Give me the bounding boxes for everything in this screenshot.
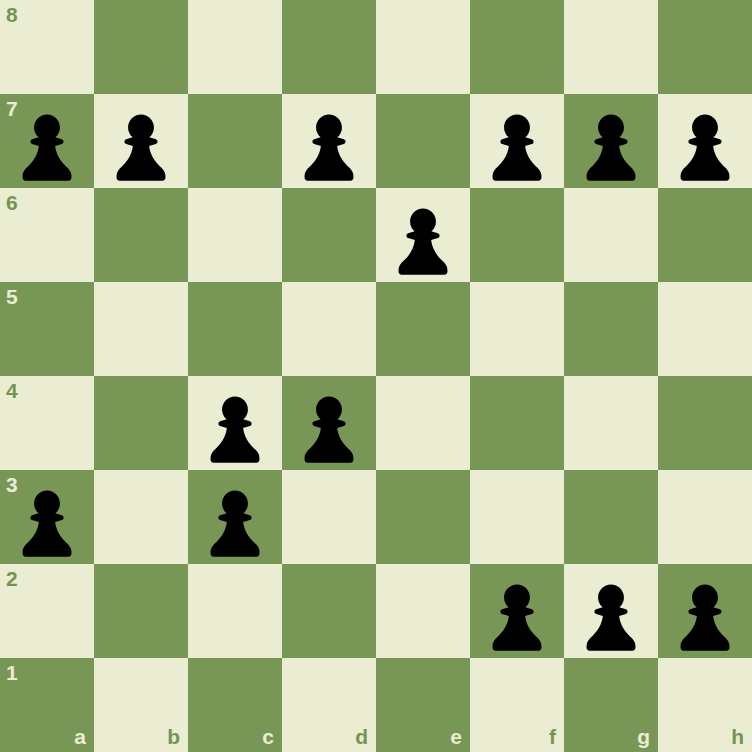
- square-e8[interactable]: [376, 0, 470, 94]
- square-f2[interactable]: [470, 564, 564, 658]
- black-pawn[interactable]: [376, 188, 470, 282]
- square-h8[interactable]: [658, 0, 752, 94]
- square-e4[interactable]: [376, 376, 470, 470]
- square-a1[interactable]: 1a: [0, 658, 94, 752]
- square-e6[interactable]: [376, 188, 470, 282]
- square-g7[interactable]: [564, 94, 658, 188]
- square-d6[interactable]: [282, 188, 376, 282]
- white-pawn[interactable]: [188, 470, 282, 564]
- square-f3[interactable]: [470, 470, 564, 564]
- square-h1[interactable]: h: [658, 658, 752, 752]
- square-g1[interactable]: g: [564, 658, 658, 752]
- square-g8[interactable]: [564, 0, 658, 94]
- square-b8[interactable]: [94, 0, 188, 94]
- rank-label-1: 1: [6, 662, 18, 683]
- square-g4[interactable]: [564, 376, 658, 470]
- square-a3[interactable]: 3: [0, 470, 94, 564]
- square-c1[interactable]: c: [188, 658, 282, 752]
- file-label-h: h: [731, 726, 744, 747]
- square-b4[interactable]: [94, 376, 188, 470]
- rank-label-4: 4: [6, 380, 18, 401]
- square-c7[interactable]: [188, 94, 282, 188]
- black-pawn[interactable]: [0, 94, 94, 188]
- white-pawn[interactable]: [470, 564, 564, 658]
- white-pawn[interactable]: [282, 376, 376, 470]
- square-h6[interactable]: [658, 188, 752, 282]
- square-e7[interactable]: [376, 94, 470, 188]
- square-g3[interactable]: [564, 470, 658, 564]
- square-a4[interactable]: 4: [0, 376, 94, 470]
- square-d2[interactable]: [282, 564, 376, 658]
- square-b7[interactable]: [94, 94, 188, 188]
- black-pawn[interactable]: [658, 94, 752, 188]
- square-h5[interactable]: [658, 282, 752, 376]
- square-h2[interactable]: [658, 564, 752, 658]
- square-c2[interactable]: [188, 564, 282, 658]
- white-pawn[interactable]: [188, 376, 282, 470]
- square-b2[interactable]: [94, 564, 188, 658]
- black-pawn[interactable]: [564, 94, 658, 188]
- square-h7[interactable]: [658, 94, 752, 188]
- square-d4[interactable]: [282, 376, 376, 470]
- chess-board: 87654321abcdefgh: [0, 0, 752, 752]
- square-a7[interactable]: 7: [0, 94, 94, 188]
- file-label-c: c: [262, 726, 274, 747]
- square-g2[interactable]: [564, 564, 658, 658]
- file-label-f: f: [549, 726, 556, 747]
- square-a2[interactable]: 2: [0, 564, 94, 658]
- square-b3[interactable]: [94, 470, 188, 564]
- square-g6[interactable]: [564, 188, 658, 282]
- file-label-d: d: [355, 726, 368, 747]
- square-h3[interactable]: [658, 470, 752, 564]
- square-d3[interactable]: [282, 470, 376, 564]
- square-d7[interactable]: [282, 94, 376, 188]
- square-f4[interactable]: [470, 376, 564, 470]
- square-a8[interactable]: 8: [0, 0, 94, 94]
- square-f6[interactable]: [470, 188, 564, 282]
- white-pawn[interactable]: [564, 564, 658, 658]
- square-b6[interactable]: [94, 188, 188, 282]
- square-e2[interactable]: [376, 564, 470, 658]
- square-b5[interactable]: [94, 282, 188, 376]
- square-c6[interactable]: [188, 188, 282, 282]
- square-c4[interactable]: [188, 376, 282, 470]
- black-pawn[interactable]: [94, 94, 188, 188]
- square-e1[interactable]: e: [376, 658, 470, 752]
- square-e3[interactable]: [376, 470, 470, 564]
- square-a6[interactable]: 6: [0, 188, 94, 282]
- square-h4[interactable]: [658, 376, 752, 470]
- square-c3[interactable]: [188, 470, 282, 564]
- file-label-g: g: [637, 726, 650, 747]
- square-a5[interactable]: 5: [0, 282, 94, 376]
- file-label-a: a: [74, 726, 86, 747]
- square-f7[interactable]: [470, 94, 564, 188]
- black-pawn[interactable]: [282, 94, 376, 188]
- square-f1[interactable]: f: [470, 658, 564, 752]
- file-label-e: e: [450, 726, 462, 747]
- square-c5[interactable]: [188, 282, 282, 376]
- square-d8[interactable]: [282, 0, 376, 94]
- square-c8[interactable]: [188, 0, 282, 94]
- square-f5[interactable]: [470, 282, 564, 376]
- white-pawn[interactable]: [0, 470, 94, 564]
- square-b1[interactable]: b: [94, 658, 188, 752]
- rank-label-5: 5: [6, 286, 18, 307]
- rank-label-2: 2: [6, 568, 18, 589]
- square-e5[interactable]: [376, 282, 470, 376]
- square-f8[interactable]: [470, 0, 564, 94]
- file-label-b: b: [167, 726, 180, 747]
- rank-label-8: 8: [6, 4, 18, 25]
- square-d5[interactable]: [282, 282, 376, 376]
- square-d1[interactable]: d: [282, 658, 376, 752]
- square-g5[interactable]: [564, 282, 658, 376]
- black-pawn[interactable]: [470, 94, 564, 188]
- rank-label-6: 6: [6, 192, 18, 213]
- white-pawn[interactable]: [658, 564, 752, 658]
